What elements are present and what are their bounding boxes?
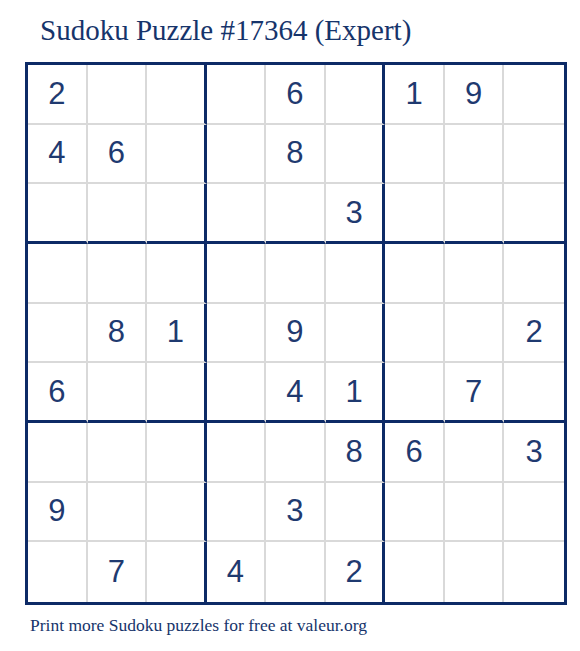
cell-r5c7 — [385, 304, 445, 364]
cell-r3c1 — [28, 184, 88, 244]
cell-r7c8 — [445, 423, 505, 483]
cell-r9c3 — [147, 542, 207, 602]
given-digit-r2c5: 8 — [266, 125, 326, 185]
given-digit-r5c3: 1 — [147, 304, 207, 364]
given-digit-r6c6: 1 — [326, 363, 386, 423]
cell-r7c5 — [266, 423, 326, 483]
cell-r7c2 — [88, 423, 148, 483]
given-digit-r1c1: 2 — [28, 65, 88, 125]
cell-r2c3 — [147, 125, 207, 185]
cell-r9c8 — [445, 542, 505, 602]
given-digit-r1c7: 1 — [385, 65, 445, 125]
given-digit-r6c5: 4 — [266, 363, 326, 423]
cell-r1c9 — [504, 65, 564, 125]
given-digit-r5c2: 8 — [88, 304, 148, 364]
cell-r7c4 — [207, 423, 267, 483]
cell-r4c4 — [207, 244, 267, 304]
cell-r9c1 — [28, 542, 88, 602]
cell-r2c8 — [445, 125, 505, 185]
given-digit-r8c5: 3 — [266, 483, 326, 543]
cell-r8c6 — [326, 483, 386, 543]
page-title: Sudoku Puzzle #17364 (Expert) — [40, 14, 411, 47]
cell-r2c6 — [326, 125, 386, 185]
given-digit-r9c2: 7 — [88, 542, 148, 602]
cell-r6c3 — [147, 363, 207, 423]
cell-r3c2 — [88, 184, 148, 244]
cell-r5c1 — [28, 304, 88, 364]
cell-r4c1 — [28, 244, 88, 304]
footer-text: Print more Sudoku puzzles for free at va… — [30, 615, 367, 636]
given-digit-r5c5: 9 — [266, 304, 326, 364]
given-digit-r9c4: 4 — [207, 542, 267, 602]
cell-r8c7 — [385, 483, 445, 543]
cell-r3c4 — [207, 184, 267, 244]
cell-r7c3 — [147, 423, 207, 483]
cell-r4c5 — [266, 244, 326, 304]
given-digit-r7c9: 3 — [504, 423, 564, 483]
cell-r4c9 — [504, 244, 564, 304]
given-digit-r1c5: 6 — [266, 65, 326, 125]
cell-r1c6 — [326, 65, 386, 125]
cell-r6c9 — [504, 363, 564, 423]
cell-r9c9 — [504, 542, 564, 602]
cell-r4c3 — [147, 244, 207, 304]
given-digit-r8c1: 9 — [28, 483, 88, 543]
cell-r8c4 — [207, 483, 267, 543]
cell-r5c4 — [207, 304, 267, 364]
given-digit-r7c7: 6 — [385, 423, 445, 483]
cell-r8c9 — [504, 483, 564, 543]
cell-r8c3 — [147, 483, 207, 543]
sudoku-board: 261946838192641786393742 — [25, 62, 567, 605]
cell-r3c5 — [266, 184, 326, 244]
cell-r9c5 — [266, 542, 326, 602]
cell-r2c7 — [385, 125, 445, 185]
cell-r4c2 — [88, 244, 148, 304]
cell-r1c3 — [147, 65, 207, 125]
cell-r5c8 — [445, 304, 505, 364]
cell-r2c9 — [504, 125, 564, 185]
cell-r6c2 — [88, 363, 148, 423]
given-digit-r5c9: 2 — [504, 304, 564, 364]
cell-r6c4 — [207, 363, 267, 423]
cell-r2c4 — [207, 125, 267, 185]
cell-r3c7 — [385, 184, 445, 244]
given-digit-r6c8: 7 — [445, 363, 505, 423]
cell-r3c3 — [147, 184, 207, 244]
given-digit-r2c2: 6 — [88, 125, 148, 185]
cell-r4c8 — [445, 244, 505, 304]
cell-r3c9 — [504, 184, 564, 244]
given-digit-r7c6: 8 — [326, 423, 386, 483]
given-digit-r3c6: 3 — [326, 184, 386, 244]
given-digit-r1c8: 9 — [445, 65, 505, 125]
given-digit-r9c6: 2 — [326, 542, 386, 602]
cell-r3c8 — [445, 184, 505, 244]
cell-r6c7 — [385, 363, 445, 423]
cell-r1c4 — [207, 65, 267, 125]
cell-r7c1 — [28, 423, 88, 483]
cell-r4c6 — [326, 244, 386, 304]
given-digit-r6c1: 6 — [28, 363, 88, 423]
cell-r9c7 — [385, 542, 445, 602]
cell-r8c2 — [88, 483, 148, 543]
sudoku-page: Sudoku Puzzle #17364 (Expert) 2619468381… — [0, 0, 580, 651]
cell-r4c7 — [385, 244, 445, 304]
given-digit-r2c1: 4 — [28, 125, 88, 185]
cell-r1c2 — [88, 65, 148, 125]
cell-r8c8 — [445, 483, 505, 543]
cell-r5c6 — [326, 304, 386, 364]
